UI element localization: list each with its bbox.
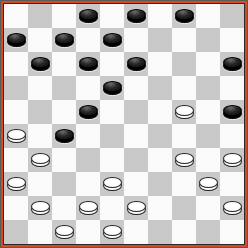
board-square-r4c2 (28, 76, 52, 100)
board-square-r3c5 (100, 52, 124, 76)
board-square-r4c3[interactable] (52, 76, 76, 100)
white-man[interactable] (223, 201, 242, 215)
board-square-r1c7 (148, 4, 172, 28)
board-square-r3c6[interactable] (124, 52, 148, 76)
piece-face (175, 105, 194, 116)
board-square-r8c2 (28, 172, 52, 196)
white-man[interactable] (7, 177, 26, 191)
board-square-r1c9 (196, 4, 220, 28)
white-man[interactable] (103, 177, 122, 191)
black-man[interactable] (7, 33, 26, 47)
board-square-r1c8[interactable] (172, 4, 196, 28)
board-square-r3c8[interactable] (172, 52, 196, 76)
piece-face (175, 153, 194, 164)
board-square-r10c7[interactable] (148, 220, 172, 244)
board-square-r8c6 (124, 172, 148, 196)
board-square-r3c2[interactable] (28, 52, 52, 76)
board-square-r7c6[interactable] (124, 148, 148, 172)
board-square-r10c5[interactable] (100, 220, 124, 244)
piece-face (103, 33, 122, 44)
board-square-r7c7 (148, 148, 172, 172)
black-man[interactable] (103, 33, 122, 47)
board-frame (0, 0, 248, 248)
black-man[interactable] (55, 33, 74, 47)
board-square-r5c2[interactable] (28, 100, 52, 124)
board-square-r7c9 (196, 148, 220, 172)
black-man[interactable] (79, 9, 98, 23)
piece-face (223, 201, 242, 212)
board-square-r2c1[interactable] (4, 28, 28, 52)
board-square-r2c8 (172, 28, 196, 52)
board-square-r9c4[interactable] (76, 196, 100, 220)
board-square-r5c1 (4, 100, 28, 124)
board-square-r10c6 (124, 220, 148, 244)
board-square-r5c3 (52, 100, 76, 124)
piece-face (223, 153, 242, 164)
board-square-r6c4 (76, 124, 100, 148)
board-square-r2c7[interactable] (148, 28, 172, 52)
piece-face (55, 33, 74, 44)
piece-face (127, 201, 146, 212)
board-square-r4c9[interactable] (196, 76, 220, 100)
board-square-r6c3[interactable] (52, 124, 76, 148)
piece-face (79, 9, 98, 20)
piece-face (79, 201, 98, 212)
board-square-r8c8 (172, 172, 196, 196)
piece-face (31, 57, 50, 68)
white-man[interactable] (223, 153, 242, 167)
piece-face (223, 57, 242, 68)
black-man[interactable] (79, 57, 98, 71)
black-man[interactable] (79, 105, 98, 119)
board-square-r6c9[interactable] (196, 124, 220, 148)
piece-face (7, 177, 26, 188)
board-square-r8c5[interactable] (100, 172, 124, 196)
board-square-r3c7 (148, 52, 172, 76)
board-square-r7c4[interactable] (76, 148, 100, 172)
board-square-r8c3[interactable] (52, 172, 76, 196)
piece-face (31, 153, 50, 164)
board-square-r6c1[interactable] (4, 124, 28, 148)
black-man[interactable] (223, 57, 242, 71)
board-square-r1c6[interactable] (124, 4, 148, 28)
board-square-r9c7 (148, 196, 172, 220)
board-square-r7c5 (100, 148, 124, 172)
white-man[interactable] (79, 201, 98, 215)
board-square-r5c8[interactable] (172, 100, 196, 124)
board-square-r2c6 (124, 28, 148, 52)
board-square-r2c10 (220, 28, 244, 52)
board-square-r7c10[interactable] (220, 148, 244, 172)
board-square-r3c3 (52, 52, 76, 76)
black-man[interactable] (127, 57, 146, 71)
piece-face (127, 57, 146, 68)
board-square-r6c2 (28, 124, 52, 148)
board-square-r10c8 (172, 220, 196, 244)
board-square-r10c9[interactable] (196, 220, 220, 244)
board-square-r8c1[interactable] (4, 172, 28, 196)
board-square-r6c7[interactable] (148, 124, 172, 148)
board-square-r5c7 (148, 100, 172, 124)
piece-face (7, 33, 26, 44)
board-square-r3c10[interactable] (220, 52, 244, 76)
board-square-r6c6 (124, 124, 148, 148)
board-square-r10c2 (28, 220, 52, 244)
board-square-r3c4[interactable] (76, 52, 100, 76)
white-man[interactable] (55, 225, 74, 239)
black-man[interactable] (31, 57, 50, 71)
draughts-board (4, 4, 244, 244)
board-square-r10c1[interactable] (4, 220, 28, 244)
board-square-r4c1[interactable] (4, 76, 28, 100)
board-square-r4c8 (172, 76, 196, 100)
board-square-r6c5[interactable] (100, 124, 124, 148)
board-square-r4c7[interactable] (148, 76, 172, 100)
board-square-r1c3 (52, 4, 76, 28)
piece-face (223, 105, 242, 116)
white-man[interactable] (31, 201, 50, 215)
board-square-r1c4[interactable] (76, 4, 100, 28)
board-square-r10c10 (220, 220, 244, 244)
board-square-r5c5 (100, 100, 124, 124)
board-square-r2c9[interactable] (196, 28, 220, 52)
piece-face (55, 129, 74, 140)
board-square-r5c10[interactable] (220, 100, 244, 124)
board-square-r4c6 (124, 76, 148, 100)
board-square-r9c8[interactable] (172, 196, 196, 220)
piece-face (79, 57, 98, 68)
board-square-r3c1 (4, 52, 28, 76)
board-frame-accent-stripe (1, 1, 247, 247)
board-square-r1c1 (4, 4, 28, 28)
board-square-r10c3[interactable] (52, 220, 76, 244)
board-square-r4c10 (220, 76, 244, 100)
piece-face (31, 201, 50, 212)
board-square-r9c9 (196, 196, 220, 220)
board-square-r9c6[interactable] (124, 196, 148, 220)
white-man[interactable] (127, 201, 146, 215)
board-square-r9c5 (100, 196, 124, 220)
board-frame-inner-line (3, 3, 245, 245)
board-square-r10c4 (76, 220, 100, 244)
piece-face (199, 177, 218, 188)
board-square-r7c1 (4, 148, 28, 172)
black-man[interactable] (127, 9, 146, 23)
piece-face (79, 105, 98, 116)
board-square-r1c5 (100, 4, 124, 28)
white-man[interactable] (199, 177, 218, 191)
black-man[interactable] (175, 9, 194, 23)
white-man[interactable] (175, 153, 194, 167)
board-square-r2c4 (76, 28, 100, 52)
board-square-r9c10[interactable] (220, 196, 244, 220)
piece-face (103, 177, 122, 188)
piece-face (103, 81, 122, 92)
board-square-r4c5[interactable] (100, 76, 124, 100)
board-square-r8c9[interactable] (196, 172, 220, 196)
board-square-r2c2 (28, 28, 52, 52)
board-square-r5c9 (196, 100, 220, 124)
board-square-r9c1 (4, 196, 28, 220)
board-square-r5c4[interactable] (76, 100, 100, 124)
board-square-r1c10[interactable] (220, 4, 244, 28)
white-man[interactable] (7, 129, 26, 143)
board-square-r5c6[interactable] (124, 100, 148, 124)
board-square-r8c10 (220, 172, 244, 196)
white-man[interactable] (175, 105, 194, 119)
board-square-r6c10 (220, 124, 244, 148)
piece-face (55, 225, 74, 236)
board-square-r6c8 (172, 124, 196, 148)
white-man[interactable] (103, 225, 122, 239)
board-square-r8c7[interactable] (148, 172, 172, 196)
board-square-r9c3 (52, 196, 76, 220)
board-square-r2c3[interactable] (52, 28, 76, 52)
board-square-r4c4 (76, 76, 100, 100)
board-square-r7c8[interactable] (172, 148, 196, 172)
white-man[interactable] (31, 153, 50, 167)
board-square-r3c9 (196, 52, 220, 76)
piece-face (175, 9, 194, 20)
black-man[interactable] (55, 129, 74, 143)
piece-face (103, 225, 122, 236)
board-square-r8c4 (76, 172, 100, 196)
board-square-r7c3 (52, 148, 76, 172)
black-man[interactable] (103, 81, 122, 95)
board-square-r9c2[interactable] (28, 196, 52, 220)
piece-face (7, 129, 26, 140)
board-square-r7c2[interactable] (28, 148, 52, 172)
black-man[interactable] (223, 105, 242, 119)
piece-face (127, 9, 146, 20)
board-square-r2c5[interactable] (100, 28, 124, 52)
board-square-r1c2[interactable] (28, 4, 52, 28)
